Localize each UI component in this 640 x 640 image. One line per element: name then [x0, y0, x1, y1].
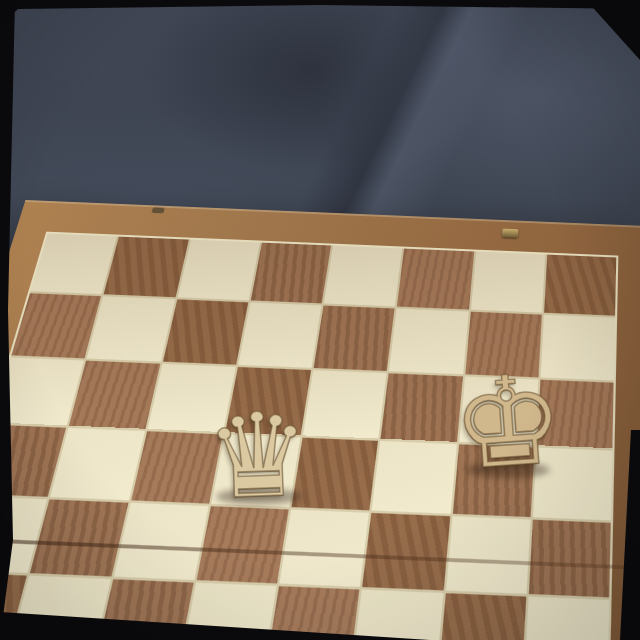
square-b7[interactable] — [87, 297, 175, 361]
square-b5[interactable] — [50, 428, 144, 501]
square-c4[interactable] — [113, 503, 208, 580]
square-a7[interactable] — [12, 293, 102, 357]
brass-clasp — [502, 229, 519, 238]
square-d3[interactable] — [180, 583, 276, 640]
white-king[interactable]: ♚ — [447, 356, 569, 488]
chess-board-photo: ♛♚ — [0, 0, 640, 640]
square-b8[interactable] — [104, 237, 189, 298]
square-b6[interactable] — [69, 360, 160, 428]
square-e3[interactable] — [266, 586, 359, 640]
square-g4[interactable] — [445, 516, 530, 594]
square-f3[interactable] — [352, 590, 443, 640]
square-e7[interactable] — [314, 306, 395, 371]
square-c8[interactable] — [177, 240, 260, 301]
photo-layer: ♛♚ — [0, 0, 640, 640]
square-d8[interactable] — [250, 243, 331, 304]
square-d7[interactable] — [238, 303, 321, 368]
square-f8[interactable] — [397, 249, 474, 310]
square-g8[interactable] — [470, 252, 544, 313]
square-f4[interactable] — [362, 513, 449, 591]
square-c7[interactable] — [163, 300, 248, 365]
square-h4[interactable] — [529, 520, 611, 598]
square-h8[interactable] — [544, 255, 616, 316]
square-e6[interactable] — [303, 370, 387, 439]
square-h3[interactable] — [524, 597, 609, 640]
square-e8[interactable] — [324, 246, 403, 307]
square-f5[interactable] — [372, 441, 456, 514]
brass-hinge — [151, 207, 164, 213]
square-g3[interactable] — [438, 593, 526, 640]
square-b4[interactable] — [30, 499, 128, 576]
white-queen[interactable]: ♛ — [202, 396, 314, 516]
square-c3[interactable] — [94, 580, 193, 640]
square-a8[interactable] — [30, 234, 117, 295]
